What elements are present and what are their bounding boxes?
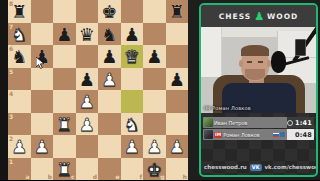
square-a4[interactable]: 4 [8, 90, 31, 113]
square-d7[interactable]: ♛ [76, 23, 99, 46]
file-label-g: g [160, 173, 164, 180]
square-d6[interactable] [76, 45, 99, 68]
piece-white-rook: ♜ [53, 113, 76, 136]
piece-black-king: ♚ [98, 0, 121, 23]
streamer-beard [245, 69, 265, 80]
webcam-caption: IM Роман Ловков [204, 105, 251, 111]
square-a8[interactable]: 8♜ [8, 0, 31, 23]
player1-clock: 1:41 [287, 117, 314, 128]
piece-black-pawn: ♟ [76, 68, 99, 91]
player2-time: 0:48 [295, 131, 312, 139]
logo-text-chess: CHESS [219, 12, 251, 21]
square-c7[interactable]: ♟ [53, 23, 76, 46]
board-left-margin [0, 0, 8, 180]
square-d4[interactable]: ♟ [76, 90, 99, 113]
square-g5[interactable] [143, 68, 166, 91]
globe-icon: ⊕ [199, 163, 201, 171]
rank-label-3: 3 [9, 113, 13, 120]
square-g2[interactable]: ♟ [143, 135, 166, 158]
player1-name: Иван Петров [214, 120, 248, 126]
square-h4[interactable] [166, 90, 189, 113]
square-b7[interactable] [31, 23, 54, 46]
square-g4[interactable] [143, 90, 166, 113]
player-bar-bottom[interactable]: IM Роман Ловков 0:48 [203, 129, 314, 140]
square-f3[interactable]: ♞ [121, 113, 144, 136]
square-g3[interactable] [143, 113, 166, 136]
window-curtain [201, 27, 222, 77]
streamer-ear-right [267, 60, 271, 67]
square-b4[interactable] [31, 90, 54, 113]
camera-phone [295, 39, 306, 56]
clock-icon [287, 120, 293, 126]
stream-header: CHESS ♟ WOOD [201, 5, 316, 27]
streamer-hair [241, 45, 269, 56]
square-c6[interactable] [53, 45, 76, 68]
square-d5[interactable]: ♟ [76, 68, 99, 91]
square-c3[interactable]: ♜ [53, 113, 76, 136]
russia-flag-icon [273, 133, 279, 137]
streamer-ear-left [239, 60, 243, 67]
square-a7[interactable]: 7♞ [8, 23, 31, 46]
mouse-cursor [36, 57, 45, 69]
square-a6[interactable]: 6♞ [8, 45, 31, 68]
square-f2[interactable]: ♟ [121, 135, 144, 158]
square-g8[interactable] [143, 0, 166, 23]
square-a5[interactable]: 5 [8, 68, 31, 91]
square-b1[interactable]: b [31, 158, 54, 181]
square-e4[interactable] [98, 90, 121, 113]
piece-white-pawn: ♟ [166, 135, 189, 158]
piece-white-pawn: ♟ [143, 135, 166, 158]
square-g6[interactable]: ♟ [143, 45, 166, 68]
piece-black-queen: ♛ [76, 23, 99, 46]
streamer-eye-left [247, 61, 252, 63]
rank-label-1: 1 [9, 158, 13, 165]
square-f5[interactable] [121, 68, 144, 91]
piece-black-pawn: ♟ [121, 23, 144, 46]
square-c1[interactable]: c♜ [53, 158, 76, 181]
square-e7[interactable]: ♞ [98, 23, 121, 46]
rank-label-2: 2 [9, 135, 13, 142]
square-d3[interactable]: ♟ [76, 113, 99, 136]
file-label-e: e [115, 173, 119, 180]
square-b3[interactable] [31, 113, 54, 136]
piece-white-pawn: ♟ [98, 68, 121, 91]
vk-link[interactable]: vk.com/chesswood [265, 164, 318, 170]
square-h1[interactable]: h [166, 158, 189, 181]
square-h5[interactable]: ♟ [166, 68, 189, 91]
piece-white-pawn: ♟ [76, 90, 99, 113]
file-label-f: f [139, 173, 142, 180]
piece-black-rook: ♜ [166, 0, 189, 23]
square-c4[interactable] [53, 90, 76, 113]
square-h8[interactable]: ♜ [166, 0, 189, 23]
player-bar-top[interactable]: Иван Петров 1:41 [203, 117, 314, 128]
square-c5[interactable] [53, 68, 76, 91]
square-h3[interactable] [166, 113, 189, 136]
player1-avatar [204, 118, 213, 127]
player2-clock-active: 0:48 [287, 129, 314, 140]
piece-white-knight: ♞ [121, 113, 144, 136]
rank-label-8: 8 [9, 0, 13, 7]
rank-label-6: 6 [9, 45, 13, 52]
piece-white-pawn: ♟ [76, 113, 99, 136]
site-link[interactable]: chesswood.ru [204, 164, 247, 170]
green-pawn-icon: ♟ [254, 11, 264, 22]
piece-black-knight: ♞ [98, 23, 121, 46]
file-label-d: d [93, 173, 97, 180]
square-a1[interactable]: 1a [8, 158, 31, 181]
streamer-eye-right [258, 61, 263, 63]
square-e6[interactable]: ♟ [98, 45, 121, 68]
square-a3[interactable]: 3 [8, 113, 31, 136]
square-f6[interactable]: ♛ [121, 45, 144, 68]
piece-white-queen: ♛ [121, 45, 144, 68]
stream-footer: ⊕ chesswood.ru VK vk.com/chesswood [201, 163, 316, 171]
file-label-c: c [71, 173, 75, 180]
square-e3[interactable] [98, 113, 121, 136]
player2-avatar [204, 130, 213, 139]
webcam-video: IM Роман Ловков [201, 27, 316, 113]
square-g7[interactable] [143, 23, 166, 46]
piece-black-pawn: ♟ [166, 68, 189, 91]
piece-black-pawn: ♟ [98, 45, 121, 68]
chess-board[interactable]: 8♜♚♜7♞♟♛♞♟6♞♟♟♛♟5♟♟♟4♟3♜♟♞2♟♟♟♟♟1abc♜def… [8, 0, 188, 180]
square-f7[interactable]: ♟ [121, 23, 144, 46]
player-bars: Иван Петров 1:41 IM Роман Ловков 0:48 [203, 117, 314, 141]
square-d8[interactable] [76, 0, 99, 23]
piece-white-pawn: ♟ [31, 135, 54, 158]
rank-label-4: 4 [9, 90, 13, 97]
file-label-a: a [25, 173, 29, 180]
square-h2[interactable]: ♟ [166, 135, 189, 158]
piece-white-pawn: ♟ [121, 135, 144, 158]
square-e8[interactable]: ♚ [98, 0, 121, 23]
square-h7[interactable] [166, 23, 189, 46]
square-f1[interactable]: f [121, 158, 144, 181]
microphone [271, 51, 286, 73]
player2-title-badge: IM [214, 132, 222, 138]
logo-text-wood: WOOD [267, 12, 298, 21]
piece-black-pawn: ♟ [53, 23, 76, 46]
stream-screenshot: 8♜♚♜7♞♟♛♞♟6♞♟♟♛♟5♟♟♟4♟3♜♟♞2♟♟♟♟♟1abc♜def… [0, 0, 320, 180]
square-f4[interactable] [121, 90, 144, 113]
square-f8[interactable] [121, 0, 144, 23]
square-d2[interactable] [76, 135, 99, 158]
square-c8[interactable] [53, 0, 76, 23]
piece-black-pawn: ♟ [143, 45, 166, 68]
rank-label-5: 5 [9, 68, 13, 75]
file-label-b: b [48, 173, 52, 180]
square-g1[interactable]: g♚ [143, 158, 166, 181]
vk-icon: VK [250, 164, 262, 171]
player2-name: Роман Ловков [223, 132, 260, 138]
square-d1[interactable]: d [76, 158, 99, 181]
square-b2[interactable]: ♟ [31, 135, 54, 158]
stream-panel: CHESS ♟ WOOD IM Роман Ловков [199, 3, 318, 177]
square-e5[interactable]: ♟ [98, 68, 121, 91]
square-b8[interactable] [31, 0, 54, 23]
square-c2[interactable] [53, 135, 76, 158]
square-h6[interactable] [166, 45, 189, 68]
file-label-h: h [183, 173, 187, 180]
player1-time: 1:41 [295, 119, 312, 127]
square-e1[interactable]: e [98, 158, 121, 181]
square-e2[interactable] [98, 135, 121, 158]
square-a2[interactable]: 2♟ [8, 135, 31, 158]
square-b5[interactable] [31, 68, 54, 91]
club-icon [280, 132, 285, 137]
rank-label-7: 7 [9, 23, 13, 30]
